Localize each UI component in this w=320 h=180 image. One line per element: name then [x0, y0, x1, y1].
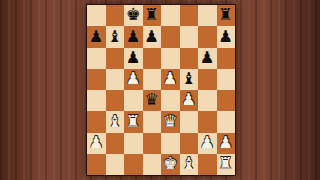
black-bishop: ♝: [181, 71, 196, 88]
square-c3[interactable]: ♜: [124, 111, 143, 132]
square-b2[interactable]: [106, 133, 125, 154]
black-rook: ♜: [144, 7, 159, 24]
square-f2[interactable]: [180, 133, 199, 154]
square-f7[interactable]: [180, 26, 199, 47]
black-rook: ♜: [218, 7, 233, 24]
square-f5[interactable]: ♝: [180, 69, 199, 90]
black-pawn: ♟: [126, 28, 141, 45]
black-pawn: ♟: [218, 28, 233, 45]
square-g6[interactable]: ♟: [198, 48, 217, 69]
white-pawn: ♟: [126, 71, 141, 88]
square-h2[interactable]: ♟: [217, 133, 236, 154]
square-c6[interactable]: ♟: [124, 48, 143, 69]
video-frame-background: ♚♜♜♟♝♟♟♟♟♟♟♟♝♛♟♝♜♛♟♟♟♚♝♜: [0, 0, 320, 180]
square-e8[interactable]: [161, 5, 180, 26]
white-pawn: ♟: [163, 71, 178, 88]
square-h3[interactable]: [217, 111, 236, 132]
square-b1[interactable]: [106, 154, 125, 175]
black-bishop: ♝: [107, 28, 122, 45]
square-d7[interactable]: ♟: [143, 26, 162, 47]
square-f3[interactable]: [180, 111, 199, 132]
square-a6[interactable]: [87, 48, 106, 69]
square-e4[interactable]: [161, 90, 180, 111]
square-h5[interactable]: [217, 69, 236, 90]
square-h8[interactable]: ♜: [217, 5, 236, 26]
square-f4[interactable]: ♟: [180, 90, 199, 111]
square-h4[interactable]: [217, 90, 236, 111]
square-d3[interactable]: [143, 111, 162, 132]
white-king: ♚: [163, 156, 178, 173]
black-queen: ♛: [144, 92, 159, 109]
square-d8[interactable]: ♜: [143, 5, 162, 26]
square-b3[interactable]: ♝: [106, 111, 125, 132]
white-bishop: ♝: [107, 113, 122, 130]
square-a3[interactable]: [87, 111, 106, 132]
square-c8[interactable]: ♚: [124, 5, 143, 26]
square-f8[interactable]: [180, 5, 199, 26]
square-g7[interactable]: [198, 26, 217, 47]
square-f1[interactable]: ♝: [180, 154, 199, 175]
black-pawn: ♟: [89, 28, 104, 45]
square-d5[interactable]: [143, 69, 162, 90]
square-d6[interactable]: [143, 48, 162, 69]
chess-board: ♚♜♜♟♝♟♟♟♟♟♟♟♝♛♟♝♜♛♟♟♟♚♝♜: [86, 4, 236, 176]
square-a2[interactable]: ♟: [87, 133, 106, 154]
square-a1[interactable]: [87, 154, 106, 175]
square-g4[interactable]: [198, 90, 217, 111]
square-b5[interactable]: [106, 69, 125, 90]
square-e5[interactable]: ♟: [161, 69, 180, 90]
square-e3[interactable]: ♛: [161, 111, 180, 132]
square-e7[interactable]: [161, 26, 180, 47]
square-h1[interactable]: ♜: [217, 154, 236, 175]
square-b6[interactable]: [106, 48, 125, 69]
square-c4[interactable]: [124, 90, 143, 111]
white-pawn: ♟: [89, 134, 104, 151]
square-c5[interactable]: ♟: [124, 69, 143, 90]
square-c2[interactable]: [124, 133, 143, 154]
black-king: ♚: [126, 7, 141, 24]
white-pawn: ♟: [218, 134, 233, 151]
square-e6[interactable]: [161, 48, 180, 69]
square-g2[interactable]: ♟: [198, 133, 217, 154]
square-d4[interactable]: ♛: [143, 90, 162, 111]
square-a4[interactable]: [87, 90, 106, 111]
square-h6[interactable]: [217, 48, 236, 69]
white-rook: ♜: [126, 113, 141, 130]
white-queen: ♛: [163, 113, 178, 130]
square-b8[interactable]: [106, 5, 125, 26]
square-a8[interactable]: [87, 5, 106, 26]
square-c1[interactable]: [124, 154, 143, 175]
square-e1[interactable]: ♚: [161, 154, 180, 175]
black-pawn: ♟: [144, 28, 159, 45]
square-g5[interactable]: [198, 69, 217, 90]
square-f6[interactable]: [180, 48, 199, 69]
square-a7[interactable]: ♟: [87, 26, 106, 47]
square-d1[interactable]: [143, 154, 162, 175]
white-rook: ♜: [218, 156, 233, 173]
square-e2[interactable]: [161, 133, 180, 154]
square-b7[interactable]: ♝: [106, 26, 125, 47]
white-bishop: ♝: [181, 156, 196, 173]
square-g8[interactable]: [198, 5, 217, 26]
square-h7[interactable]: ♟: [217, 26, 236, 47]
black-pawn: ♟: [200, 49, 215, 66]
white-pawn: ♟: [200, 134, 215, 151]
square-g1[interactable]: [198, 154, 217, 175]
white-pawn: ♟: [181, 92, 196, 109]
square-d2[interactable]: [143, 133, 162, 154]
square-b4[interactable]: [106, 90, 125, 111]
black-pawn: ♟: [126, 49, 141, 66]
square-c7[interactable]: ♟: [124, 26, 143, 47]
square-g3[interactable]: [198, 111, 217, 132]
square-a5[interactable]: [87, 69, 106, 90]
